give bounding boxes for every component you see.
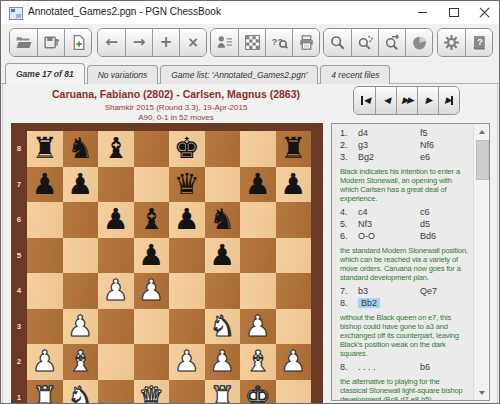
square-d2[interactable] xyxy=(134,344,170,380)
annotation-text: the standard Modern Stonewall position, … xyxy=(340,246,468,282)
rank-label: 6 xyxy=(11,202,27,238)
move-navigation: ◀◀▶▶▶▶ xyxy=(353,86,460,115)
move-row: 6.O-OBd6 xyxy=(340,230,470,242)
white-pawn[interactable]: ♟ xyxy=(138,273,164,309)
square-g6[interactable] xyxy=(240,202,276,238)
selected-move[interactable]: Bb2 xyxy=(358,298,380,308)
rank-label: 2 xyxy=(11,344,27,380)
square-f7[interactable] xyxy=(205,167,241,203)
square-f3[interactable]: ♞ xyxy=(205,309,241,345)
rank-labels: 87654321 xyxy=(11,131,27,404)
square-g5[interactable] xyxy=(240,238,276,274)
white-bishop[interactable]: ♝ xyxy=(245,344,271,380)
open-file-button[interactable] xyxy=(10,29,37,56)
square-e3[interactable] xyxy=(169,309,205,345)
white-bishop[interactable]: ♝ xyxy=(67,344,93,380)
square-e4[interactable] xyxy=(169,273,205,309)
square-b1[interactable]: ♞ xyxy=(63,380,99,404)
square-e8[interactable]: ♚ xyxy=(169,131,205,167)
square-h1[interactable] xyxy=(276,380,312,404)
move-number: 8. xyxy=(340,298,358,308)
move-row: 1.d4f5 xyxy=(340,127,470,139)
first-move-button[interactable]: ◀ xyxy=(354,87,375,114)
move-number: 2. xyxy=(340,140,358,150)
square-h3[interactable] xyxy=(276,309,312,345)
move-row: 3.Bg2e6 xyxy=(340,151,470,163)
move-list[interactable]: 1.d4f52.g3Nf63.Bg2e6Black indicates his … xyxy=(332,124,474,400)
rank-label: 3 xyxy=(11,309,27,345)
printer-icon xyxy=(298,34,315,51)
white-pawn[interactable]: ♟ xyxy=(245,309,271,345)
board-grid-icon xyxy=(244,34,261,51)
gear-icon xyxy=(443,34,460,51)
move-row: 8.Bb2 xyxy=(340,297,470,309)
close-icon xyxy=(479,7,490,18)
arrow-left-icon: ← xyxy=(103,34,120,51)
square-e2[interactable]: ♟ xyxy=(169,344,205,380)
move-list-panel: 1.d4f52.g3Nf63.Bg2e6Black indicates his … xyxy=(331,123,490,401)
square-e5[interactable] xyxy=(169,238,205,274)
white-move[interactable]: . . . . xyxy=(358,362,420,372)
svg-text:?: ? xyxy=(477,37,483,47)
square-f1[interactable]: ♜ xyxy=(205,380,241,404)
app-icon xyxy=(9,7,23,20)
square-c2[interactable] xyxy=(98,344,134,380)
black-move[interactable]: Qe7 xyxy=(420,286,470,296)
white-move[interactable]: Nf3 xyxy=(358,219,420,229)
white-move[interactable]: b3 xyxy=(358,286,420,296)
move-number: 3. xyxy=(340,152,358,162)
square-c5[interactable] xyxy=(98,238,134,274)
close-button[interactable] xyxy=(469,1,500,24)
move-number: 1. xyxy=(340,128,358,138)
black-bishop[interactable]: ♝ xyxy=(138,202,164,238)
cross-icon: × xyxy=(185,34,202,51)
black-pawn[interactable]: ♟ xyxy=(67,167,93,203)
square-d8[interactable] xyxy=(134,131,170,167)
help-button[interactable]: ? xyxy=(465,29,492,56)
save-icon xyxy=(43,34,60,51)
square-d1[interactable]: ♛ xyxy=(134,380,170,404)
white-pawn[interactable]: ♟ xyxy=(67,309,93,345)
black-move[interactable]: d5 xyxy=(420,219,470,229)
square-h7[interactable]: ♟ xyxy=(276,167,312,203)
move-row: 7.b3Qe7 xyxy=(340,285,470,297)
square-b3[interactable]: ♟ xyxy=(63,309,99,345)
app-window: Annotated_Games2.pgn - PGN ChessBook ←→+… xyxy=(0,0,500,404)
white-knight[interactable]: ♞ xyxy=(67,380,93,404)
square-c6[interactable]: ♟ xyxy=(98,202,134,238)
move-number: 8. xyxy=(340,362,358,372)
title-bar: Annotated_Games2.pgn - PGN ChessBook xyxy=(1,1,499,24)
square-c7[interactable] xyxy=(98,167,134,203)
question-search-icon: ?? xyxy=(271,34,288,51)
event-line: Shamkir 2015 (Round 3.3), 19-Apr-2015 xyxy=(11,103,341,112)
black-move[interactable]: Bd6 xyxy=(420,231,470,241)
square-a6[interactable] xyxy=(27,202,63,238)
white-rook[interactable]: ♜ xyxy=(32,380,58,404)
scroll-down-button[interactable] xyxy=(474,385,489,400)
rank-label: 1 xyxy=(11,380,27,404)
pie-chart-icon xyxy=(411,34,428,51)
tab-game-17-of-81[interactable]: Game 17 of 81 xyxy=(5,63,85,84)
next-game-button[interactable]: → xyxy=(125,29,152,56)
player-info-button[interactable] xyxy=(211,29,238,56)
save-file-button[interactable] xyxy=(37,29,64,56)
players-line: Caruana, Fabiano (2802) - Carlsen, Magnu… xyxy=(11,88,341,100)
square-e6[interactable]: ♟ xyxy=(169,202,205,238)
square-e7[interactable]: ♛ xyxy=(169,167,205,203)
white-move[interactable]: O-O xyxy=(358,231,420,241)
rank-label: 5 xyxy=(11,238,27,274)
square-h5[interactable] xyxy=(276,238,312,274)
black-bishop[interactable]: ♝ xyxy=(103,131,129,167)
white-pawn[interactable]: ♟ xyxy=(209,344,235,380)
square-f2[interactable]: ♟ xyxy=(205,344,241,380)
chess-board: 87654321 ♜♞♝♚♜♟♟♛♟♟♟♝♟♞♟♟♟♟♟♞♟♟♝♟♟♝♟♜♞♛♜… xyxy=(11,123,323,404)
black-queen[interactable]: ♛ xyxy=(174,167,200,203)
black-pawn[interactable]: ♟ xyxy=(245,167,271,203)
square-g1[interactable]: ♚ xyxy=(240,380,276,404)
square-h6[interactable] xyxy=(276,202,312,238)
print-button[interactable] xyxy=(292,29,319,56)
rank-label: 7 xyxy=(11,167,27,203)
white-move[interactable]: g3 xyxy=(358,140,420,150)
black-pawn[interactable]: ♟ xyxy=(103,202,129,238)
black-knight[interactable]: ♞ xyxy=(209,202,235,238)
move-row: 5.Nf3d5 xyxy=(340,218,470,230)
toolbar-group: ?? xyxy=(210,28,320,57)
window-title: Annotated_Games2.pgn - PGN ChessBook xyxy=(28,6,221,17)
square-h2[interactable]: ♟ xyxy=(276,344,312,380)
statistics-button[interactable] xyxy=(405,29,432,56)
scrollbar-thumb[interactable] xyxy=(476,140,489,180)
move-row: 4.c4c6 xyxy=(340,206,470,218)
annotation-text: without the Black queen on e7, this bish… xyxy=(340,313,468,358)
black-move[interactable]: f5 xyxy=(420,128,470,138)
autoplay-button[interactable]: ▶▶ xyxy=(396,87,417,114)
square-g3[interactable]: ♟ xyxy=(240,309,276,345)
new-file-button[interactable] xyxy=(64,29,91,56)
result-line: A90, 0-1 in 52 moves xyxy=(11,113,341,122)
square-f5[interactable]: ♟ xyxy=(205,238,241,274)
black-rook[interactable]: ♜ xyxy=(280,131,306,167)
rank-label: 8 xyxy=(11,131,27,167)
black-move[interactable]: b6 xyxy=(420,362,470,372)
setup-position-button[interactable] xyxy=(238,29,265,56)
move-number: 6. xyxy=(340,231,358,241)
black-pawn[interactable]: ♟ xyxy=(138,238,164,274)
magnifier-arrow-icon xyxy=(384,34,401,51)
square-b4[interactable] xyxy=(63,273,99,309)
settings-button[interactable] xyxy=(438,29,465,56)
black-move[interactable]: Nf6 xyxy=(420,140,470,150)
move-row: 2.g3Nf6 xyxy=(340,139,470,151)
file-plus-icon xyxy=(70,34,87,51)
square-a1[interactable]: ♜ xyxy=(27,380,63,404)
tab-strip: Game 17 of 81No variationsGame list: 'An… xyxy=(5,63,392,84)
scroll-up-button[interactable] xyxy=(474,124,489,139)
square-b8[interactable]: ♞ xyxy=(63,131,99,167)
arrow-right-icon: → xyxy=(131,34,148,51)
tab-4-recent-files[interactable]: 4 recent files xyxy=(320,65,390,84)
square-b2[interactable]: ♝ xyxy=(63,344,99,380)
search-button[interactable] xyxy=(324,29,351,56)
square-d6[interactable]: ♝ xyxy=(134,202,170,238)
toolbar: ←→+×??? xyxy=(1,24,499,62)
find-moves-button[interactable]: ?? xyxy=(265,29,292,56)
tab-no-variations[interactable]: No variations xyxy=(87,65,159,84)
minimize-button[interactable] xyxy=(407,1,438,24)
square-a2[interactable]: ♟ xyxy=(27,344,63,380)
square-d5[interactable]: ♟ xyxy=(134,238,170,274)
move-number: 5. xyxy=(340,219,358,229)
white-pawn[interactable]: ♟ xyxy=(280,344,306,380)
white-move[interactable]: Bb2 xyxy=(358,298,420,308)
square-d3[interactable] xyxy=(134,309,170,345)
previous-move-button[interactable]: ◀ xyxy=(375,87,396,114)
last-move-button[interactable]: ▶ xyxy=(438,87,459,114)
square-a8[interactable]: ♜ xyxy=(27,131,63,167)
square-a5[interactable] xyxy=(27,238,63,274)
magnifier-icon xyxy=(329,34,346,51)
square-b5[interactable] xyxy=(63,238,99,274)
book-help-icon: ? xyxy=(471,34,488,51)
search-position-button[interactable] xyxy=(351,29,378,56)
toolbar-group: ? xyxy=(437,28,493,57)
black-move[interactable]: e6 xyxy=(420,152,470,162)
move-number: 7. xyxy=(340,286,358,296)
black-pawn[interactable]: ♟ xyxy=(209,238,235,274)
scrollbar[interactable] xyxy=(473,124,489,400)
move-number: 4. xyxy=(340,207,358,217)
chevron-down-icon xyxy=(479,391,485,395)
person-list-icon xyxy=(216,34,233,51)
move-row: 8.. . . .b6 xyxy=(340,361,470,373)
square-h4[interactable] xyxy=(276,273,312,309)
square-b6[interactable] xyxy=(63,202,99,238)
square-a7[interactable]: ♟ xyxy=(27,167,63,203)
square-g8[interactable] xyxy=(240,131,276,167)
previous-game-button[interactable]: ← xyxy=(98,29,125,56)
white-move[interactable]: c4 xyxy=(358,207,420,217)
white-pawn[interactable]: ♟ xyxy=(103,273,129,309)
white-rook[interactable]: ♜ xyxy=(209,380,235,404)
black-king[interactable]: ♚ xyxy=(174,131,200,167)
game-header: Caruana, Fabiano (2802) - Carlsen, Magnu… xyxy=(11,88,341,122)
black-move[interactable]: c6 xyxy=(420,207,470,217)
square-a4[interactable] xyxy=(27,273,63,309)
square-f6[interactable]: ♞ xyxy=(205,202,241,238)
white-move[interactable]: d4 xyxy=(358,128,420,138)
chevron-up-icon xyxy=(479,130,485,134)
white-queen[interactable]: ♛ xyxy=(138,380,164,404)
square-g4[interactable] xyxy=(240,273,276,309)
square-c3[interactable] xyxy=(98,309,134,345)
square-e1[interactable] xyxy=(169,380,205,404)
square-f8[interactable] xyxy=(205,131,241,167)
magnifier-dots-icon xyxy=(357,34,374,51)
toolbar-group xyxy=(9,28,92,57)
square-f4[interactable] xyxy=(205,273,241,309)
square-g7[interactable]: ♟ xyxy=(240,167,276,203)
black-pawn[interactable]: ♟ xyxy=(32,167,58,203)
black-pawn[interactable]: ♟ xyxy=(280,167,306,203)
plus-icon: + xyxy=(158,34,175,51)
square-c4[interactable]: ♟ xyxy=(98,273,134,309)
square-b7[interactable]: ♟ xyxy=(63,167,99,203)
toolbar-group xyxy=(323,28,433,57)
square-d4[interactable]: ♟ xyxy=(134,273,170,309)
white-pawn[interactable]: ♟ xyxy=(32,344,58,380)
next-move-button[interactable]: ▶ xyxy=(417,87,438,114)
tab-game-list-annotated-games2-pgn[interactable]: Game list: 'Annotated_Games2.pgn' xyxy=(160,65,318,84)
minimize-icon xyxy=(418,12,427,13)
add-game-button[interactable]: + xyxy=(152,29,179,56)
white-knight[interactable]: ♞ xyxy=(209,309,235,345)
square-c1[interactable] xyxy=(98,380,134,404)
square-g2[interactable]: ♝ xyxy=(240,344,276,380)
maximize-button[interactable] xyxy=(438,1,469,24)
delete-game-button[interactable]: × xyxy=(179,29,206,56)
black-knight[interactable]: ♞ xyxy=(67,131,93,167)
square-d7[interactable] xyxy=(134,167,170,203)
toolbar-group: ←→+× xyxy=(97,28,207,57)
annotation-text: the alternative to playing for the class… xyxy=(340,377,468,400)
square-c8[interactable]: ♝ xyxy=(98,131,134,167)
square-h8[interactable]: ♜ xyxy=(276,131,312,167)
white-king[interactable]: ♚ xyxy=(245,380,271,404)
search-again-button[interactable] xyxy=(378,29,405,56)
board-grid[interactable]: ♜♞♝♚♜♟♟♛♟♟♟♝♟♞♟♟♟♟♟♞♟♟♝♟♟♝♟♜♞♛♜♚ xyxy=(27,131,311,404)
square-a3[interactable] xyxy=(27,309,63,345)
white-move[interactable]: Bg2 xyxy=(358,152,420,162)
folder-open-icon xyxy=(15,34,32,51)
black-pawn[interactable]: ♟ xyxy=(174,202,200,238)
maximize-icon xyxy=(449,8,459,17)
annotation-text: Black indicates his intention to enter a… xyxy=(340,167,468,203)
rank-label: 4 xyxy=(11,273,27,309)
white-pawn[interactable]: ♟ xyxy=(174,344,200,380)
black-rook[interactable]: ♜ xyxy=(32,131,58,167)
